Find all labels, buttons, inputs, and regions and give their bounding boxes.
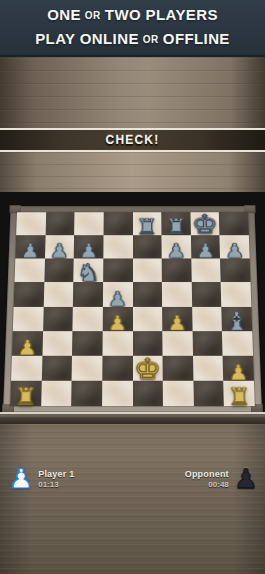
square-a5[interactable] bbox=[14, 282, 44, 306]
board-squares: ♜♜♚♟♟♟♟♟♟♞♟♟♟♝♟♚♟♜♜ bbox=[10, 212, 255, 406]
square-g3[interactable] bbox=[192, 331, 223, 356]
square-c6[interactable]: ♞ bbox=[74, 259, 104, 283]
square-f3[interactable] bbox=[162, 331, 192, 356]
square-d2[interactable] bbox=[102, 356, 132, 381]
square-h4[interactable]: ♝ bbox=[222, 306, 253, 330]
square-e5[interactable] bbox=[133, 282, 163, 306]
square-a3[interactable]: ♟ bbox=[12, 331, 43, 356]
square-h3[interactable] bbox=[222, 331, 253, 356]
square-c7[interactable]: ♟ bbox=[74, 235, 103, 258]
promo-line2-b: OFFLINE bbox=[163, 30, 230, 47]
square-f1[interactable] bbox=[163, 381, 194, 406]
promo-banner: ONEORTWO PLAYERS PLAY ONLINEOROFFLINE bbox=[0, 0, 265, 57]
table-surface bbox=[0, 424, 265, 574]
square-b5[interactable] bbox=[43, 282, 73, 306]
square-g7[interactable]: ♟ bbox=[191, 235, 221, 258]
opponent-clock: 00:48 bbox=[208, 480, 228, 489]
white-pawn-icon: ♟ bbox=[9, 464, 33, 494]
square-f6[interactable] bbox=[162, 259, 192, 283]
square-b2[interactable] bbox=[41, 356, 72, 381]
player1-name: Player 1 bbox=[38, 469, 74, 479]
square-a2[interactable] bbox=[11, 356, 42, 381]
player1-clock: 01:13 bbox=[38, 480, 74, 489]
player-panel-right: ♟ Opponent 00:48 bbox=[185, 464, 258, 494]
promo-line2-a: PLAY ONLINE bbox=[35, 30, 139, 47]
square-f2[interactable] bbox=[163, 356, 194, 381]
square-f4[interactable]: ♟ bbox=[162, 306, 192, 330]
square-f5[interactable] bbox=[162, 282, 192, 306]
square-e4[interactable] bbox=[133, 306, 163, 330]
check-status-banner: CHECK! bbox=[0, 128, 265, 152]
square-h1[interactable]: ♜ bbox=[224, 381, 255, 406]
gold-rook[interactable]: ♜ bbox=[14, 385, 37, 409]
square-d3[interactable] bbox=[102, 331, 132, 356]
chess-board-area: ♜♜♚♟♟♟♟♟♟♞♟♟♟♝♟♚♟♜♜ bbox=[0, 190, 265, 414]
square-h7[interactable]: ♟ bbox=[220, 235, 250, 258]
square-d5[interactable]: ♟ bbox=[103, 282, 133, 306]
promo-line1-a: ONE bbox=[47, 6, 81, 23]
square-c1[interactable] bbox=[71, 381, 102, 406]
square-c5[interactable] bbox=[73, 282, 103, 306]
opponent-name: Opponent bbox=[185, 469, 229, 479]
square-b1[interactable] bbox=[41, 381, 72, 406]
square-e7[interactable] bbox=[133, 235, 162, 258]
promo-line2-or: OR bbox=[143, 34, 159, 45]
square-h2[interactable]: ♟ bbox=[223, 356, 254, 381]
square-d4[interactable]: ♟ bbox=[103, 306, 133, 330]
wood-wall-upper bbox=[0, 57, 265, 128]
square-a1[interactable]: ♜ bbox=[10, 381, 41, 406]
square-g5[interactable] bbox=[191, 282, 221, 306]
square-e8[interactable]: ♜ bbox=[133, 212, 162, 235]
square-a7[interactable]: ♟ bbox=[15, 235, 45, 258]
square-c8[interactable] bbox=[74, 212, 103, 235]
square-g2[interactable] bbox=[193, 356, 224, 381]
check-status-label: CHECK! bbox=[106, 133, 160, 147]
square-f7[interactable]: ♟ bbox=[162, 235, 191, 258]
gold-king[interactable]: ♚ bbox=[134, 355, 161, 384]
promo-line1-or: OR bbox=[85, 10, 101, 21]
square-h5[interactable] bbox=[221, 282, 251, 306]
square-b3[interactable] bbox=[42, 331, 73, 356]
wood-wall-lower bbox=[0, 152, 265, 192]
promo-line1-b: TWO PLAYERS bbox=[105, 6, 218, 23]
black-pawn-icon: ♟ bbox=[234, 464, 258, 494]
square-d7[interactable] bbox=[103, 235, 132, 258]
square-b4[interactable] bbox=[43, 306, 73, 330]
square-f8[interactable]: ♜ bbox=[161, 212, 190, 235]
square-g6[interactable] bbox=[191, 259, 221, 283]
gold-rook[interactable]: ♜ bbox=[228, 385, 251, 409]
square-d6[interactable] bbox=[103, 259, 132, 283]
square-b6[interactable] bbox=[44, 259, 74, 283]
promo-line-2: PLAY ONLINEOROFFLINE bbox=[35, 28, 230, 51]
square-g4[interactable] bbox=[192, 306, 222, 330]
square-c4[interactable] bbox=[73, 306, 103, 330]
square-g8[interactable]: ♚ bbox=[190, 212, 219, 235]
chess-board-3d: ♜♜♚♟♟♟♟♟♟♞♟♟♟♝♟♚♟♜♜ bbox=[3, 206, 262, 412]
square-h8[interactable] bbox=[219, 212, 249, 235]
square-b8[interactable] bbox=[45, 212, 74, 235]
square-e1[interactable] bbox=[133, 381, 164, 406]
square-d8[interactable] bbox=[103, 212, 132, 235]
promo-line-1: ONEORTWO PLAYERS bbox=[47, 4, 218, 27]
square-c3[interactable] bbox=[72, 331, 102, 356]
square-e6[interactable] bbox=[133, 259, 162, 283]
square-h6[interactable] bbox=[220, 259, 250, 283]
board-front-edge bbox=[0, 412, 265, 424]
screen: ONEORTWO PLAYERS PLAY ONLINEOROFFLINE CH… bbox=[0, 0, 265, 574]
square-g1[interactable] bbox=[193, 381, 224, 406]
square-a4[interactable] bbox=[13, 306, 44, 330]
square-a6[interactable] bbox=[15, 259, 45, 283]
square-c2[interactable] bbox=[72, 356, 103, 381]
square-a8[interactable] bbox=[16, 212, 46, 235]
square-d1[interactable] bbox=[102, 381, 133, 406]
player-panel-left: ♟ Player 1 01:13 bbox=[9, 464, 74, 494]
square-e2[interactable]: ♚ bbox=[133, 356, 163, 381]
steel-king[interactable]: ♚ bbox=[192, 212, 218, 238]
square-b7[interactable]: ♟ bbox=[45, 235, 75, 258]
